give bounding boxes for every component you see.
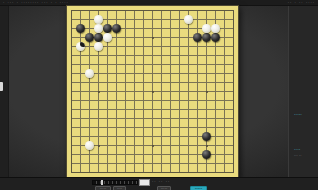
stone-black-B17: [76, 24, 85, 33]
toolbar-button-1[interactable]: ····: [113, 186, 126, 190]
right-panel-info-link[interactable]: ····: [294, 146, 302, 152]
stone-black-D16: [94, 33, 103, 42]
stone-white-Q17: [202, 24, 211, 33]
toolbar-mini-labels: ·· ·· ··: [152, 179, 170, 184]
stone-black-R16: [211, 33, 220, 42]
stone-white-D15: [94, 42, 103, 51]
right-panel-info: ···· ··· ··: [294, 146, 302, 158]
stone-black-F17: [112, 24, 121, 33]
stone-black-C16: [85, 33, 94, 42]
app-window: · ··· · ········ ··· · · ···· ·· · ·· ··…: [0, 0, 318, 190]
move-slider-knob[interactable]: [101, 180, 103, 185]
stone-white-D17: [94, 24, 103, 33]
stone-white-B15: [76, 42, 85, 51]
right-panel-link[interactable]: ·····: [294, 111, 302, 117]
stone-white-C4: [85, 141, 94, 150]
right-panel: ····· ···· ··· ··: [288, 6, 318, 177]
stone-black-E17: [103, 24, 112, 33]
right-panel-info-text: ··· ··: [294, 153, 302, 158]
go-board[interactable]: [66, 5, 239, 178]
stone-black-P16: [193, 33, 202, 42]
move-counter-box[interactable]: [139, 179, 150, 186]
bottom-toolbar: ·· ·· ·· ···················: [0, 177, 318, 190]
left-sidebar-strip: [0, 6, 9, 177]
stone-white-O18: [184, 15, 193, 24]
stone-white-R17: [211, 24, 220, 33]
stone-black-Q5: [202, 132, 211, 141]
left-sidebar-toggle[interactable]: [0, 82, 3, 91]
toolbar-button-0[interactable]: ·····: [95, 186, 111, 190]
stone-white-E16: [103, 33, 112, 42]
stone-white-D18: [94, 15, 103, 24]
primary-action-button[interactable]: ·····: [190, 186, 207, 190]
titlebar-right-icons[interactable]: ·· · ·· ····: [288, 0, 315, 5]
stone-black-Q16: [202, 33, 211, 42]
toolbar-button-2[interactable]: ·····: [157, 186, 171, 190]
stone-white-C12: [85, 69, 94, 78]
stone-black-Q3: [202, 150, 211, 159]
move-slider[interactable]: [92, 180, 138, 185]
stones-layer: [67, 6, 238, 177]
titlebar-menu-text[interactable]: · ··· · ········ ··· · · ····: [3, 0, 69, 5]
